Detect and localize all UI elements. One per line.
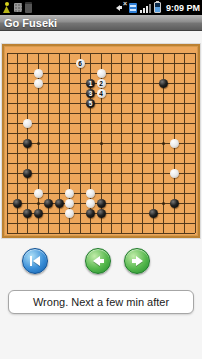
data-sync-icon [129, 3, 137, 13]
previous-move-button[interactable] [85, 248, 111, 274]
grid-line [7, 183, 195, 184]
status-icons-left [2, 0, 32, 15]
result-message-box: Wrong. Next a few min after [8, 290, 194, 314]
black-stone [149, 209, 158, 218]
white-stone [97, 79, 106, 88]
white-stone [23, 119, 32, 128]
black-stone [23, 169, 32, 178]
white-stone [97, 89, 106, 98]
black-stone [97, 199, 106, 208]
grid-line [7, 223, 195, 224]
black-stone [97, 209, 106, 218]
black-stone [86, 209, 95, 218]
grid-icon [14, 3, 22, 12]
white-stone [65, 199, 74, 208]
white-stone [170, 139, 179, 148]
grid-line [111, 53, 112, 233]
notification-icon [25, 2, 32, 13]
black-stone [44, 199, 53, 208]
grid-line [195, 53, 196, 233]
white-stone [86, 199, 95, 208]
star-point [37, 202, 40, 205]
arrow-left-icon [93, 256, 104, 266]
grid-line [7, 173, 195, 174]
white-stone [170, 169, 179, 178]
black-stone [55, 199, 64, 208]
status-bar: × 9:09 PM [0, 0, 202, 15]
arrow-right-icon [132, 256, 143, 266]
clock-text: 9:09 PM [166, 3, 200, 13]
skip-to-start-button[interactable] [22, 248, 48, 274]
status-icons-right: × 9:09 PM [116, 0, 200, 15]
white-stone [34, 79, 43, 88]
star-point [162, 202, 165, 205]
star-point [162, 142, 165, 145]
white-stone [65, 189, 74, 198]
result-message-text: Wrong. Next a few min after [33, 296, 169, 308]
black-stone [13, 199, 22, 208]
grid-line [7, 163, 195, 164]
mute-speaker-icon: × [116, 3, 126, 12]
grid-line [142, 53, 143, 233]
title-bar: Go Fuseki [0, 15, 202, 31]
go-board[interactable]: 123456 [2, 44, 200, 238]
grid-line [7, 153, 195, 154]
grid-line [121, 53, 122, 233]
goban-grid[interactable]: 123456 [7, 53, 195, 233]
signal-bars-icon [140, 3, 151, 13]
white-stone [76, 59, 85, 68]
white-stone [97, 69, 106, 78]
white-stone [34, 69, 43, 78]
skip-to-start-icon [30, 256, 40, 266]
app-title: Go Fuseki [0, 17, 57, 29]
black-stone [86, 89, 95, 98]
person-icon [2, 2, 11, 13]
black-stone [23, 139, 32, 148]
star-point [37, 142, 40, 145]
next-move-button[interactable] [124, 248, 150, 274]
grid-line [132, 53, 133, 233]
black-stone [86, 79, 95, 88]
battery-icon [154, 2, 161, 13]
black-stone [34, 209, 43, 218]
grid-line [153, 53, 154, 233]
black-stone [23, 209, 32, 218]
white-stone [34, 189, 43, 198]
app-screen: × 9:09 PM Go Fuseki 123456 Wrong. Next a… [0, 0, 202, 359]
white-stone [86, 189, 95, 198]
grid-line [7, 233, 195, 234]
black-stone [159, 79, 168, 88]
star-point [100, 142, 103, 145]
black-stone [86, 99, 95, 108]
grid-line [184, 53, 185, 233]
white-stone [65, 209, 74, 218]
black-stone [170, 199, 179, 208]
